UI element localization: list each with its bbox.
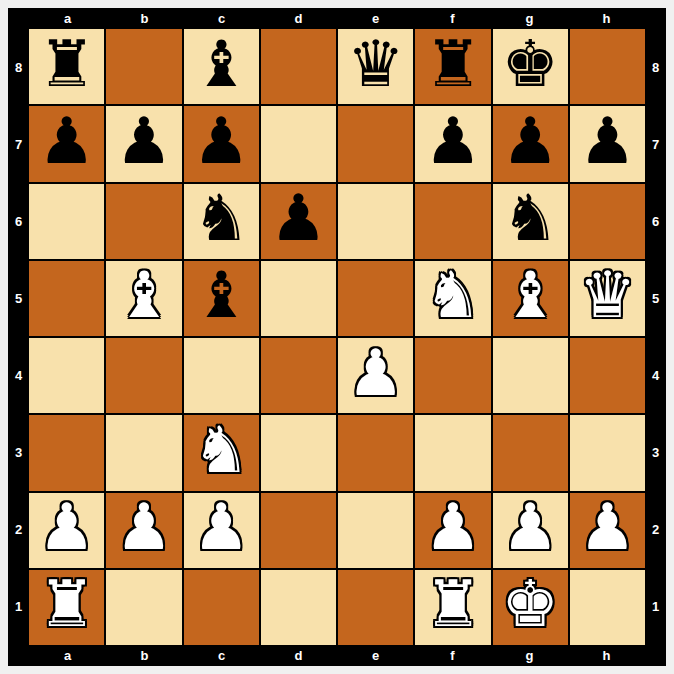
white-pawn: ♟ (38, 495, 95, 559)
rank-label-4-right: 4 (652, 369, 659, 382)
rank-label-6-left: 6 (15, 215, 22, 228)
square-c6[interactable]: ♞ (184, 184, 259, 259)
file-label-f-bottom: f (414, 649, 491, 662)
black-knight: ♞ (501, 186, 558, 250)
square-b7[interactable]: ♟ (106, 106, 181, 181)
square-c5[interactable]: ♝ (184, 261, 259, 336)
square-g6[interactable]: ♞ (493, 184, 568, 259)
white-pawn: ♟ (501, 495, 558, 559)
file-label-h-bottom: h (568, 649, 645, 662)
file-label-b-bottom: b (106, 649, 183, 662)
square-g5[interactable]: ♝ (493, 261, 568, 336)
rank-label-3-right: 3 (652, 446, 659, 459)
square-a6[interactable] (29, 184, 104, 259)
rank-label-1-right: 1 (652, 600, 659, 613)
square-h6[interactable] (570, 184, 645, 259)
rank-label-7-right: 7 (652, 138, 659, 151)
square-f1[interactable]: ♜ (415, 570, 490, 645)
square-f7[interactable]: ♟ (415, 106, 490, 181)
white-knight: ♞ (424, 263, 481, 327)
file-label-h-top: h (568, 12, 645, 25)
rank-label-8-left: 8 (15, 61, 22, 74)
black-rook: ♜ (424, 32, 481, 96)
square-a1[interactable]: ♜ (29, 570, 104, 645)
file-label-a-top: a (29, 12, 106, 25)
square-b1[interactable] (106, 570, 181, 645)
square-c2[interactable]: ♟ (184, 493, 259, 568)
square-a7[interactable]: ♟ (29, 106, 104, 181)
square-d7[interactable] (261, 106, 336, 181)
square-d3[interactable] (261, 415, 336, 490)
square-h4[interactable] (570, 338, 645, 413)
square-b5[interactable]: ♝ (106, 261, 181, 336)
square-h2[interactable]: ♟ (570, 493, 645, 568)
white-king: ♚ (501, 572, 558, 636)
file-labels-bottom: abcdefgh (29, 645, 645, 666)
square-h5[interactable]: ♛ (570, 261, 645, 336)
square-e5[interactable] (338, 261, 413, 336)
square-h7[interactable]: ♟ (570, 106, 645, 181)
white-rook: ♜ (424, 572, 481, 636)
square-d1[interactable] (261, 570, 336, 645)
square-f4[interactable] (415, 338, 490, 413)
square-g2[interactable]: ♟ (493, 493, 568, 568)
square-g3[interactable] (493, 415, 568, 490)
file-label-g-bottom: g (491, 649, 568, 662)
rank-labels-left: 87654321 (8, 29, 29, 645)
square-e6[interactable] (338, 184, 413, 259)
black-pawn: ♟ (501, 109, 558, 173)
black-bishop: ♝ (192, 263, 249, 327)
square-e2[interactable] (338, 493, 413, 568)
rank-label-4-left: 4 (15, 369, 22, 382)
square-f5[interactable]: ♞ (415, 261, 490, 336)
square-c7[interactable]: ♟ (184, 106, 259, 181)
square-d2[interactable] (261, 493, 336, 568)
black-pawn: ♟ (38, 109, 95, 173)
black-pawn: ♟ (424, 109, 481, 173)
black-rook: ♜ (38, 32, 95, 96)
white-pawn: ♟ (579, 495, 636, 559)
black-pawn: ♟ (270, 186, 327, 250)
square-c3[interactable]: ♞ (184, 415, 259, 490)
black-pawn: ♟ (192, 109, 249, 173)
file-label-d-top: d (260, 12, 337, 25)
square-d4[interactable] (261, 338, 336, 413)
square-d6[interactable]: ♟ (261, 184, 336, 259)
file-label-a-bottom: a (29, 649, 106, 662)
square-f8[interactable]: ♜ (415, 29, 490, 104)
rank-label-2-left: 2 (15, 523, 22, 536)
rank-label-5-left: 5 (15, 292, 22, 305)
square-g8[interactable]: ♚ (493, 29, 568, 104)
square-c1[interactable] (184, 570, 259, 645)
white-bishop: ♝ (115, 263, 172, 327)
rank-label-3-left: 3 (15, 446, 22, 459)
square-h8[interactable] (570, 29, 645, 104)
square-f2[interactable]: ♟ (415, 493, 490, 568)
board-frame: abcdefgh 87654321 ♜♝♛♜♚♟♟♟♟♟♟♞♟♞♝♝♞♝♛♟♞♟… (8, 8, 666, 666)
square-h3[interactable] (570, 415, 645, 490)
white-rook: ♜ (38, 572, 95, 636)
white-bishop: ♝ (501, 263, 558, 327)
square-d8[interactable] (261, 29, 336, 104)
square-e7[interactable] (338, 106, 413, 181)
square-a4[interactable] (29, 338, 104, 413)
square-g1[interactable]: ♚ (493, 570, 568, 645)
square-a2[interactable]: ♟ (29, 493, 104, 568)
square-f6[interactable] (415, 184, 490, 259)
black-king: ♚ (501, 32, 558, 96)
file-label-c-bottom: c (183, 649, 260, 662)
rank-label-2-right: 2 (652, 523, 659, 536)
file-label-f-top: f (414, 12, 491, 25)
square-e1[interactable] (338, 570, 413, 645)
rank-label-7-left: 7 (15, 138, 22, 151)
white-knight: ♞ (192, 418, 249, 482)
square-e4[interactable]: ♟ (338, 338, 413, 413)
rank-labels-right: 87654321 (645, 29, 666, 645)
square-f3[interactable] (415, 415, 490, 490)
rank-label-6-right: 6 (652, 215, 659, 228)
white-pawn: ♟ (347, 341, 404, 405)
black-pawn: ♟ (579, 109, 636, 173)
rank-label-8-right: 8 (652, 61, 659, 74)
square-h1[interactable] (570, 570, 645, 645)
white-pawn: ♟ (115, 495, 172, 559)
black-knight: ♞ (192, 186, 249, 250)
rank-label-5-right: 5 (652, 292, 659, 305)
file-label-g-top: g (491, 12, 568, 25)
square-g7[interactable]: ♟ (493, 106, 568, 181)
white-pawn: ♟ (192, 495, 249, 559)
file-label-e-bottom: e (337, 649, 414, 662)
square-a8[interactable]: ♜ (29, 29, 104, 104)
black-bishop: ♝ (192, 32, 249, 96)
rank-label-1-left: 1 (15, 600, 22, 613)
square-b8[interactable] (106, 29, 181, 104)
square-e8[interactable]: ♛ (338, 29, 413, 104)
black-queen: ♛ (347, 32, 404, 96)
file-label-d-bottom: d (260, 649, 337, 662)
square-a3[interactable] (29, 415, 104, 490)
square-d5[interactable] (261, 261, 336, 336)
chess-board: ♜♝♛♜♚♟♟♟♟♟♟♞♟♞♝♝♞♝♛♟♞♟♟♟♟♟♟♜♜♚ (29, 29, 645, 645)
square-b4[interactable] (106, 338, 181, 413)
file-label-e-top: e (337, 12, 414, 25)
file-labels-top: abcdefgh (29, 8, 645, 29)
black-pawn: ♟ (115, 109, 172, 173)
square-b2[interactable]: ♟ (106, 493, 181, 568)
square-c4[interactable] (184, 338, 259, 413)
white-queen: ♛ (579, 263, 636, 327)
page-background: abcdefgh 87654321 ♜♝♛♜♚♟♟♟♟♟♟♞♟♞♝♝♞♝♛♟♞♟… (0, 0, 674, 674)
square-e3[interactable] (338, 415, 413, 490)
file-label-b-top: b (106, 12, 183, 25)
square-b6[interactable] (106, 184, 181, 259)
square-c8[interactable]: ♝ (184, 29, 259, 104)
white-pawn: ♟ (424, 495, 481, 559)
square-b3[interactable] (106, 415, 181, 490)
file-label-c-top: c (183, 12, 260, 25)
square-g4[interactable] (493, 338, 568, 413)
square-a5[interactable] (29, 261, 104, 336)
